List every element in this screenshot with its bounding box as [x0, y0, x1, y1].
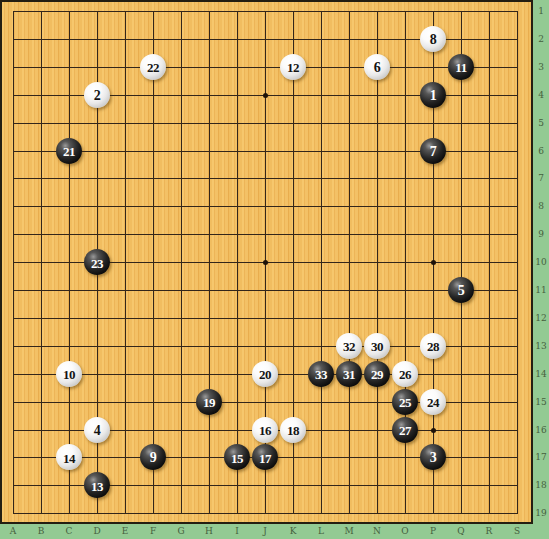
move-number: 5	[458, 284, 465, 298]
grid-line-horizontal	[13, 67, 518, 68]
column-label-E: E	[118, 526, 132, 537]
stone-white-14[interactable]: 14	[56, 444, 82, 470]
stone-white-18[interactable]: 18	[280, 417, 306, 443]
row-label-14: 14	[534, 369, 548, 379]
stone-black-21[interactable]: 21	[56, 138, 82, 164]
stone-black-1[interactable]: 1	[420, 82, 446, 108]
move-number: 1	[430, 88, 437, 102]
stone-white-30[interactable]: 30	[364, 333, 390, 359]
column-label-L: L	[314, 526, 328, 537]
stone-black-25[interactable]: 25	[392, 389, 418, 415]
column-label-P: P	[426, 526, 440, 537]
column-label-O: O	[398, 526, 412, 537]
stone-black-15[interactable]: 15	[224, 444, 250, 470]
move-number: 16	[259, 424, 271, 437]
column-label-N: N	[370, 526, 384, 537]
stone-white-24[interactable]: 24	[420, 389, 446, 415]
stone-black-7[interactable]: 7	[420, 138, 446, 164]
row-label-8: 8	[534, 201, 548, 211]
column-label-S: S	[510, 526, 524, 537]
grid-line-horizontal	[13, 234, 518, 235]
column-label-F: F	[146, 526, 160, 537]
row-label-2: 2	[534, 34, 548, 44]
move-number: 32	[343, 340, 355, 353]
row-label-12: 12	[534, 313, 548, 323]
row-label-13: 13	[534, 341, 548, 351]
move-number: 8	[430, 32, 437, 46]
grid-line-horizontal	[13, 290, 518, 291]
go-board[interactable]: 1234567891011121314151617181920212223242…	[0, 0, 533, 524]
move-number: 28	[427, 340, 439, 353]
move-number: 26	[399, 368, 411, 381]
stone-black-17[interactable]: 17	[252, 444, 278, 470]
stone-white-16[interactable]: 16	[252, 417, 278, 443]
star-point	[263, 260, 268, 265]
stone-white-32[interactable]: 32	[336, 333, 362, 359]
move-number: 20	[259, 368, 271, 381]
column-label-Q: Q	[454, 526, 468, 537]
move-number: 12	[287, 61, 299, 74]
stone-white-12[interactable]: 12	[280, 54, 306, 80]
stone-black-29[interactable]: 29	[364, 361, 390, 387]
row-label-11: 11	[534, 285, 548, 295]
stone-white-28[interactable]: 28	[420, 333, 446, 359]
stone-white-20[interactable]: 20	[252, 361, 278, 387]
column-label-J: J	[258, 526, 272, 537]
move-number: 2	[94, 88, 101, 102]
stone-black-3[interactable]: 3	[420, 444, 446, 470]
row-label-4: 4	[534, 90, 548, 100]
move-number: 11	[455, 61, 466, 74]
column-label-M: M	[342, 526, 356, 537]
stone-white-6[interactable]: 6	[364, 54, 390, 80]
move-number: 21	[63, 145, 75, 158]
grid-line-horizontal	[13, 123, 518, 124]
column-label-K: K	[286, 526, 300, 537]
stone-white-2[interactable]: 2	[84, 82, 110, 108]
move-number: 6	[374, 60, 381, 74]
stone-black-5[interactable]: 5	[448, 277, 474, 303]
stone-white-26[interactable]: 26	[392, 361, 418, 387]
move-number: 7	[430, 144, 437, 158]
stone-black-33[interactable]: 33	[308, 361, 334, 387]
stone-black-13[interactable]: 13	[84, 472, 110, 498]
move-number: 31	[343, 368, 355, 381]
column-label-G: G	[174, 526, 188, 537]
row-label-1: 1	[534, 6, 548, 16]
star-point	[431, 260, 436, 265]
move-number: 33	[315, 368, 327, 381]
row-label-19: 19	[534, 508, 548, 518]
move-number: 18	[287, 424, 299, 437]
move-number: 3	[430, 451, 437, 465]
move-number: 15	[231, 451, 243, 464]
column-label-D: D	[90, 526, 104, 537]
star-point	[431, 428, 436, 433]
grid-line-horizontal	[13, 11, 518, 12]
row-label-15: 15	[534, 397, 548, 407]
stone-black-27[interactable]: 27	[392, 417, 418, 443]
row-label-18: 18	[534, 480, 548, 490]
row-label-17: 17	[534, 452, 548, 462]
move-number: 10	[63, 368, 75, 381]
move-number: 13	[91, 479, 103, 492]
column-label-H: H	[202, 526, 216, 537]
row-label-9: 9	[534, 229, 548, 239]
move-number: 27	[399, 424, 411, 437]
move-number: 22	[147, 61, 159, 74]
grid-line-horizontal	[13, 178, 518, 179]
stone-black-31[interactable]: 31	[336, 361, 362, 387]
move-number: 24	[427, 396, 439, 409]
move-number: 25	[399, 396, 411, 409]
star-point	[263, 93, 268, 98]
move-number: 14	[63, 451, 75, 464]
go-app-window: 1234567891011121314151617181920212223242…	[0, 0, 549, 539]
stone-black-23[interactable]: 23	[84, 249, 110, 275]
move-number: 17	[259, 451, 271, 464]
move-number: 29	[371, 368, 383, 381]
stone-black-9[interactable]: 9	[140, 444, 166, 470]
row-label-16: 16	[534, 425, 548, 435]
stone-black-19[interactable]: 19	[196, 389, 222, 415]
move-number: 23	[91, 256, 103, 269]
move-number: 4	[94, 423, 101, 437]
row-label-6: 6	[534, 146, 548, 156]
move-number: 19	[203, 396, 215, 409]
stone-white-4[interactable]: 4	[84, 417, 110, 443]
stone-white-22[interactable]: 22	[140, 54, 166, 80]
stone-black-11[interactable]: 11	[448, 54, 474, 80]
column-label-A: A	[6, 526, 20, 537]
column-label-I: I	[230, 526, 244, 537]
grid-line-horizontal	[13, 513, 518, 514]
row-label-5: 5	[534, 118, 548, 128]
column-label-B: B	[34, 526, 48, 537]
move-number: 30	[371, 340, 383, 353]
stone-white-10[interactable]: 10	[56, 361, 82, 387]
grid-line-horizontal	[13, 318, 518, 319]
row-label-7: 7	[534, 173, 548, 183]
move-number: 9	[150, 451, 157, 465]
column-label-R: R	[482, 526, 496, 537]
row-label-10: 10	[534, 257, 548, 267]
row-label-3: 3	[534, 62, 548, 72]
column-label-C: C	[62, 526, 76, 537]
stone-white-8[interactable]: 8	[420, 26, 446, 52]
grid-line-horizontal	[13, 206, 518, 207]
